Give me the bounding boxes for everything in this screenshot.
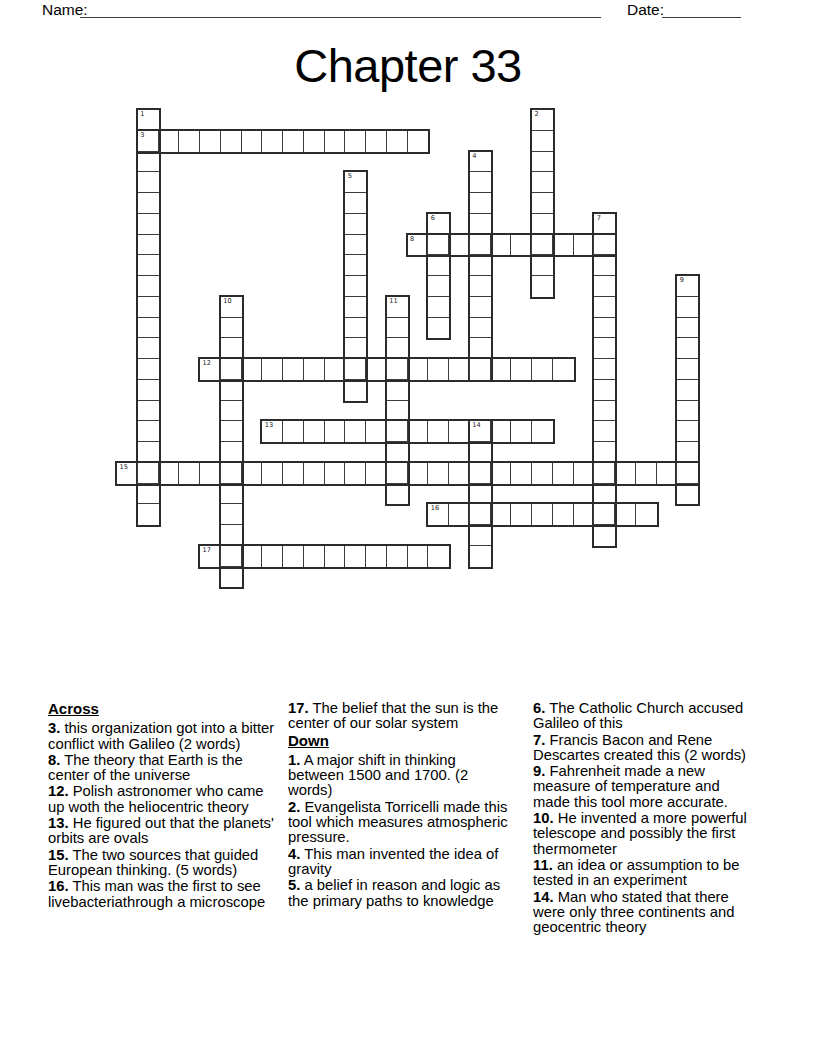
grid-cell-r1c14[interactable]: [408, 131, 429, 152]
grid-cell-r6c18[interactable]: [491, 235, 512, 256]
grid-cell-r18c5[interactable]: [221, 484, 242, 505]
grid-cell-r16c23[interactable]: [594, 442, 615, 463]
clue-A3: 3. this organization got into a bitter c…: [48, 721, 278, 752]
grid-cell-r15c16[interactable]: [449, 421, 470, 442]
grid-cell-r15c23[interactable]: [594, 421, 615, 442]
grid-number-5: 5: [348, 173, 352, 180]
grid-cell-r17c26[interactable]: [657, 463, 678, 484]
clue-D5: 5. a belief in reason and logic as the p…: [288, 878, 510, 909]
clue-D9: 9. Fahrenheit made a new measure of temp…: [533, 764, 757, 810]
grid-number-1: 1: [140, 111, 144, 118]
clue-column-middle: 17. The belief that the sun is the cente…: [288, 701, 510, 910]
grid-cell-r17c6[interactable]: [242, 463, 263, 484]
grid-cell-r11c11[interactable]: [345, 338, 366, 359]
grid-cell-r14c23[interactable]: [594, 401, 615, 422]
clue-column-left: Across3. this organization got into a bi…: [48, 701, 278, 911]
grid-cell-r17c25[interactable]: [636, 463, 657, 484]
grid-cell-r11c1[interactable]: [138, 338, 159, 359]
grid-cell-r16c1[interactable]: [138, 442, 159, 463]
clue-number-label: 11.: [533, 857, 553, 873]
grid-cell-r15c8[interactable]: [283, 421, 304, 442]
clue-D7: 7. Francis Bacon and Rene Descartes crea…: [533, 733, 757, 764]
grid-cell-r6c1[interactable]: [138, 235, 159, 256]
clue-D6: 6. The Catholic Church accused Galileo o…: [533, 701, 757, 732]
grid-cell-r12c21[interactable]: [553, 359, 574, 380]
grid-cell-r17c9[interactable]: [304, 463, 325, 484]
grid-cell-r17c5[interactable]: [221, 463, 242, 484]
grid-cell-r5c11[interactable]: [345, 214, 366, 235]
grid-cell-r9c23[interactable]: [594, 297, 615, 318]
clue-number-label: 17.: [288, 700, 309, 716]
word-2-down: 2: [530, 108, 555, 299]
grid-cell-r19c21[interactable]: [553, 504, 574, 525]
clue-number-label: 4.: [288, 846, 300, 862]
grid-cell-r8c23[interactable]: [594, 276, 615, 297]
grid-cell-r15c15[interactable]: [428, 421, 449, 442]
grid-cell-r15c10[interactable]: [325, 421, 346, 442]
grid-cell-r12c11[interactable]: [345, 359, 366, 380]
clue-D1: 1. A major shift in thinking between 150…: [288, 753, 510, 799]
clue-number-label: 7.: [533, 732, 545, 748]
grid-cell-r15c11[interactable]: [345, 421, 366, 442]
grid-cell-r8c11[interactable]: [345, 276, 366, 297]
grid-number-12: 12: [203, 360, 211, 367]
grid-cell-r17c10[interactable]: [325, 463, 346, 484]
grid-cell-r12c7[interactable]: [262, 359, 283, 380]
clue-A17: 17. The belief that the sun is the cente…: [288, 701, 510, 732]
grid-cell-r1c12[interactable]: [366, 131, 387, 152]
grid-cell-r12c27[interactable]: [677, 359, 698, 380]
grid-cell-r1c3[interactable]: [179, 131, 200, 152]
grid-number-7: 7: [597, 215, 601, 222]
grid-cell-r19c23[interactable]: [594, 504, 615, 525]
grid-cell-r21c10[interactable]: [325, 546, 346, 567]
grid-cell-r17c11[interactable]: [345, 463, 366, 484]
clue-number-label: 10.: [533, 810, 554, 826]
grid-cell-r6c16[interactable]: [449, 235, 470, 256]
grid-cell-r19c19[interactable]: [511, 504, 532, 525]
grid-cell-r15c12[interactable]: [366, 421, 387, 442]
grid-cell-r17c20[interactable]: [532, 463, 553, 484]
grid-cell-r17c24[interactable]: [615, 463, 636, 484]
word-15-across: 15: [115, 461, 700, 486]
crossword-grid: 1234567891011121314151617: [0, 0, 816, 700]
grid-cell-r6c23[interactable]: [594, 235, 615, 256]
grid-cell-r21c11[interactable]: [345, 546, 366, 567]
grid-cell-r21c8[interactable]: [283, 546, 304, 567]
grid-cell-r11c23[interactable]: [594, 338, 615, 359]
grid-cell-r2c20[interactable]: [532, 152, 553, 173]
grid-cell-r6c15[interactable]: [428, 235, 449, 256]
grid-number-14: 14: [472, 422, 480, 429]
grid-cell-r17c18[interactable]: [491, 463, 512, 484]
grid-cell-r2c1[interactable]: [138, 152, 159, 173]
clue-D2: 2. Evangelista Torricelli made this tool…: [288, 800, 510, 846]
clue-A8: 8. The theory that Earth is the center o…: [48, 753, 278, 784]
grid-number-3: 3: [140, 132, 144, 139]
grid-number-10: 10: [223, 298, 231, 305]
down-header: Down: [288, 733, 510, 748]
grid-cell-r14c27[interactable]: [677, 401, 698, 422]
word-13-across: 13: [260, 419, 555, 444]
grid-cell-r4c20[interactable]: [532, 193, 553, 214]
grid-cell-r17c3[interactable]: [179, 463, 200, 484]
grid-cell-r7c17[interactable]: [470, 255, 491, 276]
grid-cell-r21c9[interactable]: [304, 546, 325, 567]
grid-number-15: 15: [120, 464, 128, 471]
grid-cell-r1c4[interactable]: [200, 131, 221, 152]
grid-cell-r1c10[interactable]: [325, 131, 346, 152]
grid-cell-r4c17[interactable]: [470, 193, 491, 214]
grid-cell-r21c5[interactable]: [221, 546, 242, 567]
clue-number-label: 2.: [288, 799, 300, 815]
grid-cell-r17c13[interactable]: [387, 463, 408, 484]
grid-cell-r18c23[interactable]: [594, 484, 615, 505]
grid-cell-r15c13[interactable]: [387, 421, 408, 442]
clue-A16: 16. This man was the first to see liveba…: [48, 879, 278, 910]
grid-cell-r1c20[interactable]: [532, 131, 553, 152]
grid-cell-r10c17[interactable]: [470, 318, 491, 339]
word-12-across: 12: [198, 357, 576, 382]
grid-cell-r12c20[interactable]: [532, 359, 553, 380]
grid-cell-r19c22[interactable]: [574, 504, 595, 525]
clue-number-label: 5.: [288, 877, 300, 893]
grid-cell-r12c15[interactable]: [428, 359, 449, 380]
grid-cell-r8c20[interactable]: [532, 276, 553, 297]
grid-cell-r7c11[interactable]: [345, 255, 366, 276]
grid-cell-r21c17[interactable]: [470, 546, 491, 567]
grid-number-16: 16: [431, 505, 439, 512]
grid-cell-r21c12[interactable]: [366, 546, 387, 567]
clue-number-label: 9.: [533, 763, 545, 779]
grid-cell-r4c11[interactable]: [345, 193, 366, 214]
grid-cell-r6c19[interactable]: [511, 235, 532, 256]
grid-cell-r10c13[interactable]: [387, 318, 408, 339]
grid-cell-r6c17[interactable]: [470, 235, 491, 256]
grid-cell-r17c17[interactable]: [470, 463, 491, 484]
grid-cell-r15c14[interactable]: [408, 421, 429, 442]
grid-cell-r7c1[interactable]: [138, 255, 159, 276]
clue-number-label: 3.: [48, 720, 60, 736]
grid-cell-r6c11[interactable]: [345, 235, 366, 256]
clue-D4: 4. This man invented the idea of gravity: [288, 847, 510, 878]
grid-cell-r11c5[interactable]: [221, 338, 242, 359]
grid-cell-r19c5[interactable]: [221, 504, 242, 525]
grid-cell-r3c1[interactable]: [138, 172, 159, 193]
grid-cell-r9c17[interactable]: [470, 297, 491, 318]
grid-cell-r18c27[interactable]: [677, 484, 698, 505]
grid-cell-r17c19[interactable]: [511, 463, 532, 484]
grid-cell-r19c17[interactable]: [470, 504, 491, 525]
grid-cell-r13c23[interactable]: [594, 380, 615, 401]
clue-D10: 10. He invented a more powerful telescop…: [533, 811, 757, 857]
grid-cell-r18c17[interactable]: [470, 484, 491, 505]
grid-cell-r12c14[interactable]: [408, 359, 429, 380]
grid-cell-r19c20[interactable]: [532, 504, 553, 525]
grid-number-9: 9: [680, 277, 684, 284]
grid-cell-r12c13[interactable]: [387, 359, 408, 380]
grid-cell-r15c20[interactable]: [532, 421, 553, 442]
clue-A15: 15. The two sources that guided European…: [48, 848, 278, 879]
grid-cell-r17c8[interactable]: [283, 463, 304, 484]
grid-cell-r12c8[interactable]: [283, 359, 304, 380]
grid-cell-r17c23[interactable]: [594, 463, 615, 484]
word-14-down: 14: [468, 419, 493, 568]
grid-cell-r12c16[interactable]: [449, 359, 470, 380]
grid-cell-r20c5[interactable]: [221, 525, 242, 546]
grid-cell-r17c16[interactable]: [449, 463, 470, 484]
grid-cell-r1c11[interactable]: [345, 131, 366, 152]
grid-cell-r19c18[interactable]: [491, 504, 512, 525]
grid-cell-r1c13[interactable]: [387, 131, 408, 152]
word-3-across: 3: [136, 129, 431, 154]
grid-cell-r1c5[interactable]: [221, 131, 242, 152]
grid-cell-r12c17[interactable]: [470, 359, 491, 380]
grid-number-17: 17: [203, 547, 211, 554]
word-16-across: 16: [426, 502, 658, 527]
worksheet-page: Name: Date: Chapter 33 12345678910111213…: [0, 0, 816, 1056]
grid-number-4: 4: [472, 153, 476, 160]
grid-cell-r10c5[interactable]: [221, 318, 242, 339]
grid-cell-r10c15[interactable]: [428, 318, 449, 339]
grid-cell-r11c27[interactable]: [677, 338, 698, 359]
grid-cell-r4c1[interactable]: [138, 193, 159, 214]
grid-number-13: 13: [265, 422, 273, 429]
grid-cell-r18c1[interactable]: [138, 484, 159, 505]
grid-cell-r12c5[interactable]: [221, 359, 242, 380]
grid-cell-r19c25[interactable]: [636, 504, 657, 525]
grid-cell-r12c9[interactable]: [304, 359, 325, 380]
grid-cell-r1c8[interactable]: [283, 131, 304, 152]
grid-number-2: 2: [535, 111, 539, 118]
grid-cell-r5c17[interactable]: [470, 214, 491, 235]
grid-cell-r7c23[interactable]: [594, 255, 615, 276]
grid-cell-r11c17[interactable]: [470, 338, 491, 359]
grid-cell-r10c27[interactable]: [677, 318, 698, 339]
clue-number-label: 14.: [533, 889, 554, 905]
clue-number-label: 15.: [48, 847, 69, 863]
grid-cell-r12c12[interactable]: [366, 359, 387, 380]
grid-cell-r21c14[interactable]: [408, 546, 429, 567]
grid-cell-r12c1[interactable]: [138, 359, 159, 380]
grid-cell-r1c6[interactable]: [242, 131, 263, 152]
grid-cell-r15c18[interactable]: [491, 421, 512, 442]
grid-cell-r12c19[interactable]: [511, 359, 532, 380]
grid-cell-r11c13[interactable]: [387, 338, 408, 359]
grid-cell-r15c27[interactable]: [677, 421, 698, 442]
grid-number-11: 11: [389, 298, 397, 305]
grid-cell-r15c1[interactable]: [138, 421, 159, 442]
grid-cell-r16c27[interactable]: [677, 442, 698, 463]
grid-cell-r19c16[interactable]: [449, 504, 470, 525]
grid-cell-r17c21[interactable]: [553, 463, 574, 484]
word-4-down: 4: [468, 150, 493, 382]
grid-cell-r22c5[interactable]: [221, 567, 242, 588]
grid-cell-r14c1[interactable]: [138, 401, 159, 422]
clue-number-label: 12.: [48, 783, 69, 799]
clue-number-label: 6.: [533, 700, 545, 716]
grid-cell-r14c13[interactable]: [387, 401, 408, 422]
grid-cell-r12c6[interactable]: [242, 359, 263, 380]
word-6-down: 6: [426, 212, 451, 341]
grid-cell-r17c27[interactable]: [677, 463, 698, 484]
grid-cell-r17c12[interactable]: [366, 463, 387, 484]
grid-cell-r10c11[interactable]: [345, 318, 366, 339]
grid-cell-r13c5[interactable]: [221, 380, 242, 401]
clue-number-label: 1.: [288, 752, 300, 768]
grid-cell-r5c20[interactable]: [532, 214, 553, 235]
grid-cell-r16c17[interactable]: [470, 442, 491, 463]
grid-cell-r17c7[interactable]: [262, 463, 283, 484]
grid-cell-r17c14[interactable]: [408, 463, 429, 484]
word-8-across: 8: [406, 233, 618, 258]
word-17-across: 17: [198, 544, 451, 569]
grid-cell-r7c15[interactable]: [428, 255, 449, 276]
clue-number-label: 13.: [48, 815, 69, 831]
grid-cell-r17c4[interactable]: [200, 463, 221, 484]
grid-cell-r12c23[interactable]: [594, 359, 615, 380]
grid-cell-r17c15[interactable]: [428, 463, 449, 484]
grid-cell-r21c13[interactable]: [387, 546, 408, 567]
grid-cell-r15c9[interactable]: [304, 421, 325, 442]
clue-D11: 11. an idea or assumption to be tested i…: [533, 858, 757, 889]
grid-cell-r18c13[interactable]: [387, 484, 408, 505]
grid-cell-r1c2[interactable]: [159, 131, 180, 152]
grid-cell-r10c23[interactable]: [594, 318, 615, 339]
grid-cell-r6c21[interactable]: [553, 235, 574, 256]
grid-cell-r1c9[interactable]: [304, 131, 325, 152]
grid-cell-r21c6[interactable]: [242, 546, 263, 567]
grid-cell-r8c15[interactable]: [428, 276, 449, 297]
grid-number-8: 8: [410, 236, 414, 243]
clue-A13: 13. He figured out that the planets' orb…: [48, 816, 278, 847]
word-7-down: 7: [592, 212, 617, 548]
grid-cell-r12c18[interactable]: [491, 359, 512, 380]
clue-A12: 12. Polish astronomer who came up woth t…: [48, 784, 278, 815]
grid-cell-r13c27[interactable]: [677, 380, 698, 401]
grid-cell-r1c7[interactable]: [262, 131, 283, 152]
grid-number-6: 6: [431, 215, 435, 222]
grid-cell-r13c13[interactable]: [387, 380, 408, 401]
grid-cell-r13c11[interactable]: [345, 380, 366, 401]
grid-cell-r15c5[interactable]: [221, 421, 242, 442]
grid-cell-r16c13[interactable]: [387, 442, 408, 463]
grid-cell-r16c5[interactable]: [221, 442, 242, 463]
grid-cell-r9c11[interactable]: [345, 297, 366, 318]
grid-cell-r19c24[interactable]: [615, 504, 636, 525]
clue-number-label: 16.: [48, 878, 69, 894]
grid-cell-r15c19[interactable]: [511, 421, 532, 442]
grid-cell-r13c1[interactable]: [138, 380, 159, 401]
clue-D14: 14. Man who stated that there were only …: [533, 890, 757, 936]
grid-cell-r17c22[interactable]: [574, 463, 595, 484]
grid-cell-r3c17[interactable]: [470, 172, 491, 193]
across-header: Across: [48, 701, 278, 716]
grid-cell-r6c20[interactable]: [532, 235, 553, 256]
grid-cell-r10c1[interactable]: [138, 318, 159, 339]
grid-cell-r17c2[interactable]: [159, 463, 180, 484]
grid-cell-r9c15[interactable]: [428, 297, 449, 318]
grid-cell-r19c1[interactable]: [138, 504, 159, 525]
grid-cell-r20c17[interactable]: [470, 525, 491, 546]
clue-number-label: 8.: [48, 752, 60, 768]
grid-cell-r14c5[interactable]: [221, 401, 242, 422]
grid-cell-r21c7[interactable]: [262, 546, 283, 567]
grid-cell-r8c1[interactable]: [138, 276, 159, 297]
grid-cell-r17c1[interactable]: [138, 463, 159, 484]
grid-cell-r7c20[interactable]: [532, 255, 553, 276]
grid-cell-r3c20[interactable]: [532, 172, 553, 193]
grid-cell-r20c23[interactable]: [594, 525, 615, 546]
clue-column-right: 6. The Catholic Church accused Galileo o…: [533, 701, 757, 936]
grid-cell-r9c1[interactable]: [138, 297, 159, 318]
grid-cell-r9c27[interactable]: [677, 297, 698, 318]
grid-cell-r8c17[interactable]: [470, 276, 491, 297]
grid-cell-r21c15[interactable]: [428, 546, 449, 567]
grid-cell-r6c22[interactable]: [574, 235, 595, 256]
grid-cell-r5c1[interactable]: [138, 214, 159, 235]
grid-cell-r12c10[interactable]: [325, 359, 346, 380]
